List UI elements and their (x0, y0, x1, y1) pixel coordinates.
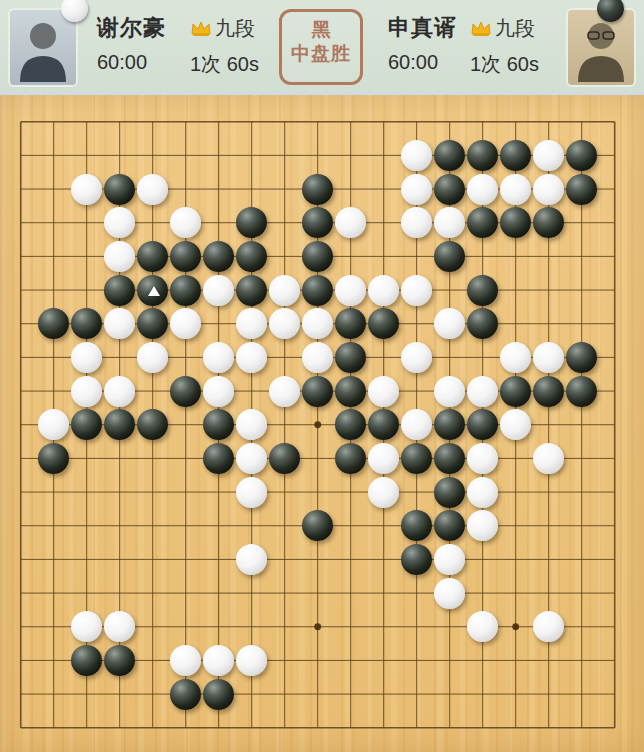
stone-black (236, 275, 267, 306)
stone-white (71, 342, 102, 373)
stone-black (335, 342, 366, 373)
stone-black (434, 174, 465, 205)
stone-black (104, 275, 135, 306)
stone-black (500, 140, 531, 171)
left-player-rank: 九段 (190, 15, 255, 42)
crown-icon (470, 20, 492, 37)
stone-black (236, 241, 267, 272)
stone-black (335, 376, 366, 407)
stone-white (302, 342, 333, 373)
stone-black (203, 679, 234, 710)
star-point (314, 623, 321, 630)
stone-white (401, 342, 432, 373)
stone-white (137, 342, 168, 373)
left-player-byoyomi: 1次 60s (190, 51, 259, 78)
stone-black (401, 544, 432, 575)
right-player-name: 申真谞 (388, 13, 457, 43)
stone-white (71, 174, 102, 205)
stone-black (104, 645, 135, 676)
stone-black (401, 443, 432, 474)
stone-black (302, 241, 333, 272)
stone-white (269, 376, 300, 407)
stone-black (302, 174, 333, 205)
stone-black (434, 241, 465, 272)
stone-white (467, 376, 498, 407)
crown-icon (190, 20, 212, 37)
white-stone-indicator-icon (61, 0, 88, 22)
right-player-main-time: 60:00 (388, 51, 438, 74)
stone-white (467, 477, 498, 508)
go-app-window: 谢尔豪 申真谞 九段 九段 60:00 60:00 1次 60s 1次 60s … (0, 0, 644, 752)
stone-white (368, 443, 399, 474)
stone-black (203, 241, 234, 272)
game-result-stamp: 黑 中盘胜 (279, 9, 363, 85)
stone-white (434, 544, 465, 575)
stone-black (434, 443, 465, 474)
person-silhouette-icon (16, 16, 70, 82)
stone-white (533, 342, 564, 373)
stone-white (401, 275, 432, 306)
stone-white (533, 443, 564, 474)
stone-white (500, 174, 531, 205)
right-player-rank: 九段 (470, 15, 535, 42)
result-winner-label: 黑 (282, 19, 360, 41)
stone-black (467, 140, 498, 171)
stone-white (500, 342, 531, 373)
stone-black (170, 376, 201, 407)
stone-white (236, 443, 267, 474)
stone-white (203, 376, 234, 407)
stone-black (170, 275, 201, 306)
stone-black (203, 443, 234, 474)
stone-black (71, 645, 102, 676)
stone-white (236, 544, 267, 575)
stone-white (467, 174, 498, 205)
stone-white (533, 174, 564, 205)
stone-black (302, 275, 333, 306)
stone-white (104, 241, 135, 272)
stone-black (566, 376, 597, 407)
stone-white (203, 342, 234, 373)
stone-white (434, 376, 465, 407)
stone-black (566, 174, 597, 205)
left-player-main-time: 60:00 (97, 51, 147, 74)
stone-white (236, 342, 267, 373)
stone-white (401, 140, 432, 171)
stone-black (467, 275, 498, 306)
stone-white (203, 645, 234, 676)
stone-white (104, 376, 135, 407)
stone-white (71, 376, 102, 407)
person-silhouette-icon (574, 16, 628, 82)
stone-white (137, 174, 168, 205)
stone-black (137, 241, 168, 272)
stone-white (434, 578, 465, 609)
stone-white (368, 477, 399, 508)
star-point (512, 623, 519, 630)
stone-black (104, 174, 135, 205)
stone-white (368, 376, 399, 407)
stone-white (203, 275, 234, 306)
stone-black (170, 241, 201, 272)
last-move-marker-icon (148, 286, 160, 296)
stone-black (170, 679, 201, 710)
stone-black (302, 376, 333, 407)
star-point (314, 421, 321, 428)
stone-black (434, 477, 465, 508)
stone-black (566, 342, 597, 373)
result-method-label: 中盘胜 (282, 41, 360, 67)
right-player-avatar[interactable] (566, 8, 636, 87)
stone-white (269, 275, 300, 306)
stone-black (269, 443, 300, 474)
stone-white (170, 645, 201, 676)
stone-black (566, 140, 597, 171)
goban[interactable] (0, 95, 644, 752)
stone-white (368, 275, 399, 306)
right-player-byoyomi: 1次 60s (470, 51, 539, 78)
stone-white (467, 443, 498, 474)
stone-black (500, 376, 531, 407)
stone-white (236, 477, 267, 508)
match-header: 谢尔豪 申真谞 九段 九段 60:00 60:00 1次 60s 1次 60s … (0, 0, 644, 95)
stone-black (38, 443, 69, 474)
stone-white (236, 645, 267, 676)
left-player-name: 谢尔豪 (97, 13, 166, 43)
stone-black (434, 140, 465, 171)
stone-white (533, 140, 564, 171)
stone-black (335, 443, 366, 474)
stone-white (335, 275, 366, 306)
stone-white (401, 174, 432, 205)
stone-black (533, 376, 564, 407)
